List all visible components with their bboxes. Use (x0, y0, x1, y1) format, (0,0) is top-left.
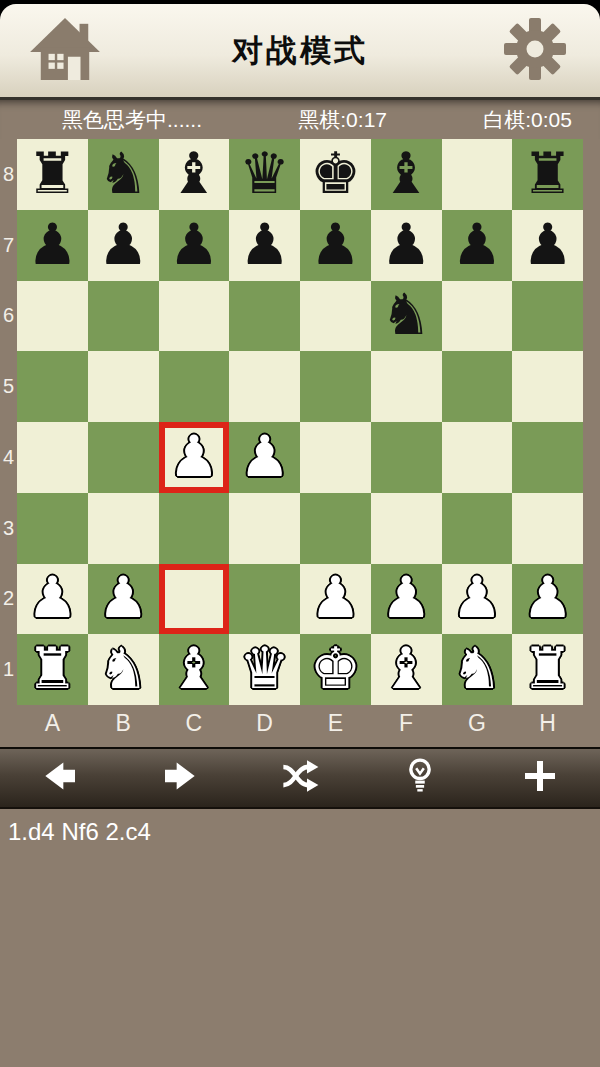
square-g6[interactable] (442, 281, 513, 352)
plus-icon (520, 756, 560, 800)
square-a8[interactable]: ♜ (17, 139, 88, 210)
square-b7[interactable]: ♟ (88, 210, 159, 281)
black-knight: ♞ (98, 145, 149, 202)
square-b1[interactable]: ♞ (88, 634, 159, 705)
gear-icon (503, 17, 567, 85)
back-arrow-icon (40, 756, 80, 800)
shuffle-button[interactable] (240, 749, 360, 807)
thinking-status: 黑色思考中...... (62, 106, 202, 134)
file-label-a: A (17, 705, 88, 742)
file-label-g: G (442, 705, 513, 742)
rank-label-7: 7 (0, 210, 17, 281)
rank-label-1: 1 (0, 634, 17, 705)
square-a6[interactable] (17, 281, 88, 352)
square-e5[interactable] (300, 351, 371, 422)
square-c6[interactable] (159, 281, 230, 352)
new-game-button[interactable] (480, 749, 600, 807)
square-g7[interactable]: ♟ (442, 210, 513, 281)
file-label-f: F (371, 705, 442, 742)
square-f4[interactable] (371, 422, 442, 493)
file-labels: ABCDEFGH (17, 705, 583, 742)
square-e3[interactable] (300, 493, 371, 564)
black-king: ♚ (310, 145, 361, 202)
white-bishop: ♝ (168, 640, 219, 697)
square-b5[interactable] (88, 351, 159, 422)
square-f1[interactable]: ♝ (371, 634, 442, 705)
square-a5[interactable] (17, 351, 88, 422)
black-pawn: ♟ (98, 216, 149, 273)
black-rook: ♜ (522, 145, 573, 202)
square-f2[interactable]: ♟ (371, 564, 442, 635)
square-f6[interactable]: ♞ (371, 281, 442, 352)
rank-label-6: 6 (0, 281, 17, 352)
home-button[interactable] (26, 12, 104, 90)
square-h4[interactable] (512, 422, 583, 493)
square-g8[interactable] (442, 139, 513, 210)
black-pawn: ♟ (381, 216, 432, 273)
white-clock: 白棋:0:05 (483, 106, 572, 134)
rank-label-3: 3 (0, 493, 17, 564)
hint-button[interactable] (360, 749, 480, 807)
white-rook: ♜ (27, 640, 78, 697)
square-h8[interactable]: ♜ (512, 139, 583, 210)
black-queen: ♛ (239, 145, 290, 202)
square-c3[interactable] (159, 493, 230, 564)
white-pawn: ♟ (522, 569, 573, 626)
rank-label-4: 4 (0, 422, 17, 493)
square-c7[interactable]: ♟ (159, 210, 230, 281)
square-c4[interactable]: ♟ (159, 422, 230, 493)
square-a3[interactable] (17, 493, 88, 564)
black-pawn: ♟ (451, 216, 502, 273)
square-a7[interactable]: ♟ (17, 210, 88, 281)
header-bar: 对战模式 (0, 0, 600, 100)
square-g1[interactable]: ♞ (442, 634, 513, 705)
square-e6[interactable] (300, 281, 371, 352)
square-c8[interactable]: ♝ (159, 139, 230, 210)
white-pawn: ♟ (98, 569, 149, 626)
black-pawn: ♟ (239, 216, 290, 273)
forward-arrow-icon (160, 756, 200, 800)
move-list: 1.d4 Nf6 2.c4 (0, 809, 600, 855)
white-pawn: ♟ (310, 569, 361, 626)
status-bar: 黑色思考中...... 黑棋:0:17 白棋:0:05 (0, 100, 600, 139)
chess-board: ♜♞♝♛♚♝♜♟♟♟♟♟♟♟♟♞♟♟♟♟♟♟♟♟♜♞♝♛♚♝♞♜ (17, 139, 583, 705)
white-pawn: ♟ (239, 428, 290, 485)
file-label-d: D (229, 705, 300, 742)
square-f8[interactable]: ♝ (371, 139, 442, 210)
settings-button[interactable] (496, 12, 574, 90)
file-label-b: B (88, 705, 159, 742)
square-f7[interactable]: ♟ (371, 210, 442, 281)
white-pawn: ♟ (381, 569, 432, 626)
square-d8[interactable]: ♛ (229, 139, 300, 210)
square-c2[interactable] (159, 564, 230, 635)
white-pawn: ♟ (168, 428, 219, 485)
rank-label-2: 2 (0, 564, 17, 635)
rank-labels: 87654321 (0, 139, 17, 705)
square-e7[interactable]: ♟ (300, 210, 371, 281)
square-h1[interactable]: ♜ (512, 634, 583, 705)
square-h3[interactable] (512, 493, 583, 564)
black-rook: ♜ (27, 145, 78, 202)
square-c1[interactable]: ♝ (159, 634, 230, 705)
white-pawn: ♟ (451, 569, 502, 626)
forward-button[interactable] (120, 749, 240, 807)
square-a4[interactable] (17, 422, 88, 493)
toolbar (0, 747, 600, 809)
square-d3[interactable] (229, 493, 300, 564)
square-e8[interactable]: ♚ (300, 139, 371, 210)
square-h2[interactable]: ♟ (512, 564, 583, 635)
square-e4[interactable] (300, 422, 371, 493)
home-icon (30, 18, 100, 84)
rank-label-8: 8 (0, 139, 17, 210)
square-h7[interactable]: ♟ (512, 210, 583, 281)
square-f5[interactable] (371, 351, 442, 422)
square-b2[interactable]: ♟ (88, 564, 159, 635)
white-rook: ♜ (522, 640, 573, 697)
square-g4[interactable] (442, 422, 513, 493)
square-a1[interactable]: ♜ (17, 634, 88, 705)
black-bishop: ♝ (381, 145, 432, 202)
black-pawn: ♟ (27, 216, 78, 273)
file-label-c: C (159, 705, 230, 742)
black-pawn: ♟ (310, 216, 361, 273)
file-label-e: E (300, 705, 371, 742)
square-d7[interactable]: ♟ (229, 210, 300, 281)
square-d1[interactable]: ♛ (229, 634, 300, 705)
square-g2[interactable]: ♟ (442, 564, 513, 635)
square-e1[interactable]: ♚ (300, 634, 371, 705)
page-title: 对战模式 (232, 30, 368, 72)
square-b4[interactable] (88, 422, 159, 493)
white-king: ♚ (310, 640, 361, 697)
black-bishop: ♝ (168, 145, 219, 202)
file-label-h: H (512, 705, 583, 742)
shuffle-icon (279, 755, 321, 801)
square-f3[interactable] (371, 493, 442, 564)
rank-label-5: 5 (0, 351, 17, 422)
square-c5[interactable] (159, 351, 230, 422)
black-pawn: ♟ (168, 216, 219, 273)
white-pawn: ♟ (27, 569, 78, 626)
square-b3[interactable] (88, 493, 159, 564)
square-e2[interactable]: ♟ (300, 564, 371, 635)
back-button[interactable] (0, 749, 120, 807)
square-d2[interactable] (229, 564, 300, 635)
square-a2[interactable]: ♟ (17, 564, 88, 635)
square-g3[interactable] (442, 493, 513, 564)
black-clock: 黑棋:0:17 (298, 106, 387, 134)
square-g5[interactable] (442, 351, 513, 422)
white-knight: ♞ (98, 640, 149, 697)
board-area: 87654321 ♜♞♝♛♚♝♜♟♟♟♟♟♟♟♟♞♟♟♟♟♟♟♟♟♜♞♝♛♚♝♞… (0, 139, 600, 742)
black-knight: ♞ (381, 286, 432, 343)
white-bishop: ♝ (381, 640, 432, 697)
white-queen: ♛ (239, 640, 290, 697)
square-h5[interactable] (512, 351, 583, 422)
square-b6[interactable] (88, 281, 159, 352)
square-b8[interactable]: ♞ (88, 139, 159, 210)
black-pawn: ♟ (522, 216, 573, 273)
square-d6[interactable] (229, 281, 300, 352)
white-knight: ♞ (451, 640, 502, 697)
lightbulb-icon (401, 756, 439, 800)
square-h6[interactable] (512, 281, 583, 352)
square-d4[interactable]: ♟ (229, 422, 300, 493)
square-d5[interactable] (229, 351, 300, 422)
